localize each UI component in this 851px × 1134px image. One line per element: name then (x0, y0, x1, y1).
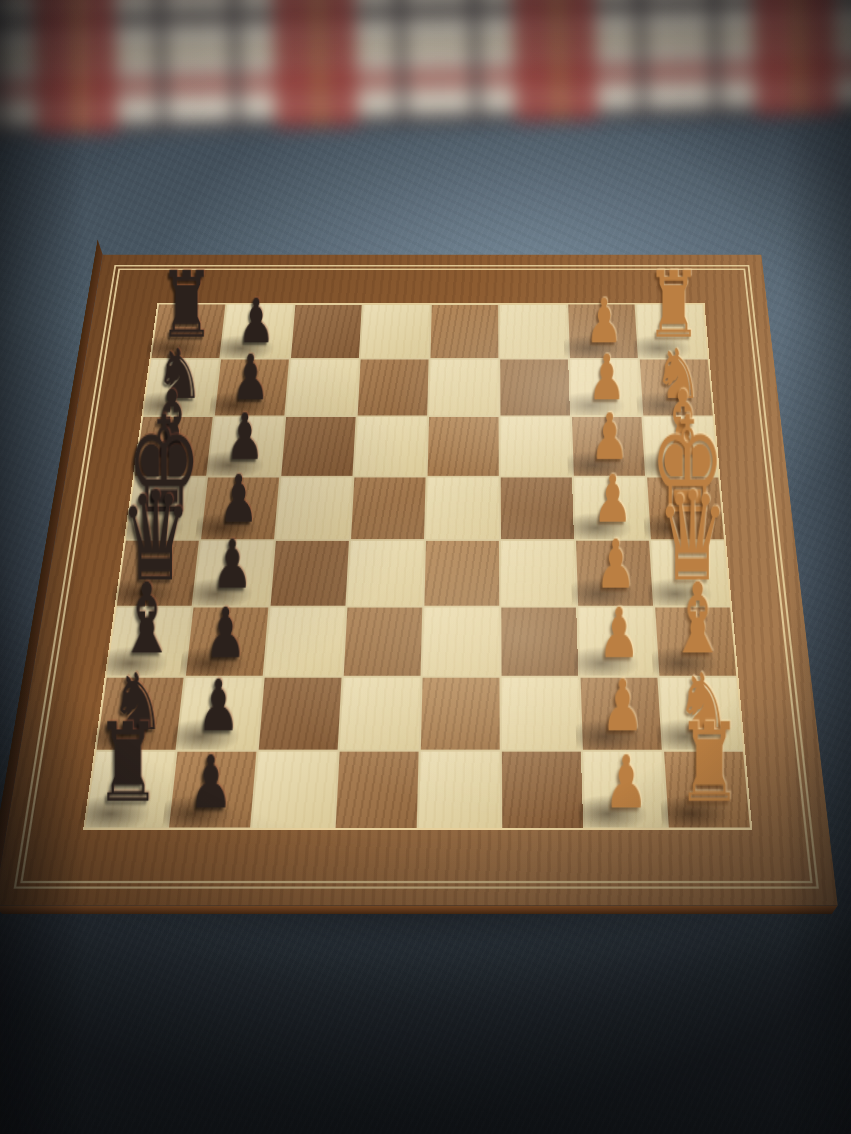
white-pawn[interactable]: ♟ (598, 599, 639, 668)
white-pawn[interactable]: ♟ (604, 746, 648, 819)
black-pawn[interactable]: ♟ (204, 599, 245, 668)
white-bishop[interactable]: ♝ (668, 571, 726, 669)
square-c6[interactable] (265, 608, 346, 676)
square-a1[interactable]: ♜ (664, 752, 750, 828)
square-b4[interactable] (421, 678, 500, 750)
square-a8[interactable]: ♜ (86, 752, 176, 828)
square-d6[interactable] (271, 541, 349, 606)
black-pawn[interactable]: ♟ (212, 531, 252, 598)
square-c3[interactable] (501, 608, 578, 676)
square-a2[interactable]: ♟ (583, 752, 667, 828)
scene: ♜♟♟♜♞♟♟♞♝♟♟♝♚♟♟♚♛♟♟♛♝♟♟♝♞♟♟♞♜♟♟♜ (0, 0, 851, 1134)
square-a6[interactable] (252, 752, 337, 828)
photo: ♜♟♟♜♞♟♟♞♝♟♟♝♚♟♟♚♛♟♟♛♝♟♟♝♞♟♟♞♜♟♟♜ (0, 0, 851, 1134)
board-front-edge (0, 906, 838, 914)
square-b5[interactable] (340, 678, 421, 750)
square-d3[interactable] (501, 541, 576, 606)
square-a3[interactable] (502, 752, 583, 828)
square-d5[interactable] (347, 541, 423, 606)
black-bishop[interactable]: ♝ (117, 571, 175, 669)
white-rook[interactable]: ♜ (676, 709, 742, 819)
square-a5[interactable] (336, 752, 419, 828)
black-pawn[interactable]: ♟ (189, 746, 233, 819)
square-c5[interactable] (344, 608, 423, 676)
black-rook[interactable]: ♜ (95, 709, 161, 819)
black-pawn[interactable]: ♟ (197, 670, 240, 741)
square-a4[interactable] (419, 752, 500, 828)
white-pawn[interactable]: ♟ (595, 531, 635, 598)
square-c4[interactable] (423, 608, 500, 676)
square-b6[interactable] (259, 678, 342, 750)
chess-board: ♜♟♟♜♞♟♟♞♝♟♟♝♚♟♟♚♛♟♟♛♝♟♟♝♞♟♟♞♜♟♟♜ (0, 255, 838, 906)
square-d4[interactable] (424, 541, 499, 606)
square-b3[interactable] (502, 678, 581, 750)
square-a7[interactable]: ♟ (169, 752, 256, 828)
white-pawn[interactable]: ♟ (601, 670, 644, 741)
